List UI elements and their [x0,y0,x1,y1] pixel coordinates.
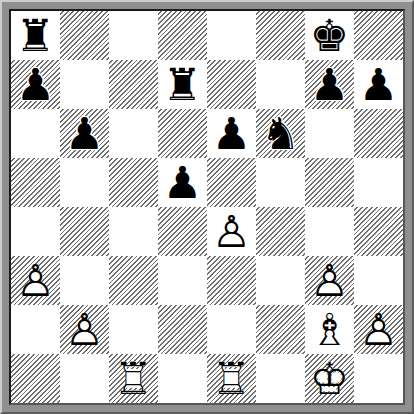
square-f6[interactable]: ♞ [256,109,305,158]
white-pawn-fill: ♟ [11,256,60,305]
square-g2[interactable]: ♝♗ [305,305,354,354]
black-pawn-glyph: ♟ [11,60,60,109]
piece-black-pawn: ♟ [60,109,109,158]
square-a1[interactable] [11,354,60,403]
piece-black-knight: ♞ [256,109,305,158]
square-a2[interactable] [11,305,60,354]
square-b1[interactable] [60,354,109,403]
white-pawn-fill: ♟ [207,207,256,256]
square-e2[interactable] [207,305,256,354]
square-c5[interactable] [109,158,158,207]
piece-white-pawn: ♟♙ [207,207,256,256]
square-b4[interactable] [60,207,109,256]
piece-white-pawn: ♟♙ [305,256,354,305]
piece-black-rook: ♜ [158,60,207,109]
square-e6[interactable]: ♟ [207,109,256,158]
square-d2[interactable] [158,305,207,354]
square-h3[interactable] [354,256,403,305]
square-d8[interactable] [158,11,207,60]
white-pawn-outline: ♙ [60,305,109,354]
black-pawn-glyph: ♟ [354,60,403,109]
square-g6[interactable] [305,109,354,158]
white-pawn-outline: ♙ [305,256,354,305]
square-b7[interactable] [60,60,109,109]
square-f7[interactable] [256,60,305,109]
white-pawn-fill: ♟ [354,305,403,354]
square-c4[interactable] [109,207,158,256]
square-a8[interactable]: ♜ [11,11,60,60]
square-f2[interactable] [256,305,305,354]
black-rook-glyph: ♜ [158,60,207,109]
square-h5[interactable] [354,158,403,207]
square-g4[interactable] [305,207,354,256]
piece-black-pawn: ♟ [305,60,354,109]
piece-white-bishop: ♝♗ [305,305,354,354]
square-h2[interactable]: ♟♙ [354,305,403,354]
white-bishop-fill: ♝ [305,305,354,354]
square-a6[interactable] [11,109,60,158]
white-rook-outline: ♖ [207,354,256,403]
board-frame: ♜♚♟♜♟♟♟♟♞♟♟♙♟♙♟♙♟♙♝♗♟♙♜♖♜♖♚♔ [0,0,414,414]
piece-black-rook: ♜ [11,11,60,60]
square-e8[interactable] [207,11,256,60]
white-pawn-outline: ♙ [11,256,60,305]
square-c3[interactable] [109,256,158,305]
black-knight-glyph: ♞ [256,109,305,158]
black-pawn-glyph: ♟ [207,109,256,158]
square-d1[interactable] [158,354,207,403]
piece-black-pawn: ♟ [11,60,60,109]
white-king-outline: ♔ [305,354,354,403]
black-rook-glyph: ♜ [11,11,60,60]
square-e5[interactable] [207,158,256,207]
square-c6[interactable] [109,109,158,158]
square-b8[interactable] [60,11,109,60]
square-d7[interactable]: ♜ [158,60,207,109]
square-d4[interactable] [158,207,207,256]
black-pawn-glyph: ♟ [60,109,109,158]
square-f5[interactable] [256,158,305,207]
white-pawn-fill: ♟ [60,305,109,354]
white-rook-fill: ♜ [109,354,158,403]
piece-black-pawn: ♟ [354,60,403,109]
white-bishop-outline: ♗ [305,305,354,354]
square-b5[interactable] [60,158,109,207]
square-h6[interactable] [354,109,403,158]
square-f4[interactable] [256,207,305,256]
white-pawn-outline: ♙ [354,305,403,354]
square-c8[interactable] [109,11,158,60]
square-b2[interactable]: ♟♙ [60,305,109,354]
square-a7[interactable]: ♟ [11,60,60,109]
square-c2[interactable] [109,305,158,354]
piece-white-rook: ♜♖ [207,354,256,403]
square-f3[interactable] [256,256,305,305]
square-e4[interactable]: ♟♙ [207,207,256,256]
square-c7[interactable] [109,60,158,109]
square-a4[interactable] [11,207,60,256]
square-f8[interactable] [256,11,305,60]
square-g5[interactable] [305,158,354,207]
black-pawn-glyph: ♟ [158,158,207,207]
piece-black-king: ♚ [305,11,354,60]
white-rook-fill: ♜ [207,354,256,403]
square-e7[interactable] [207,60,256,109]
square-e3[interactable] [207,256,256,305]
white-pawn-outline: ♙ [207,207,256,256]
black-king-glyph: ♚ [305,11,354,60]
square-e1[interactable]: ♜♖ [207,354,256,403]
square-g3[interactable]: ♟♙ [305,256,354,305]
square-c1[interactable]: ♜♖ [109,354,158,403]
square-d6[interactable] [158,109,207,158]
square-d3[interactable] [158,256,207,305]
square-h1[interactable] [354,354,403,403]
square-g8[interactable]: ♚ [305,11,354,60]
white-pawn-fill: ♟ [305,256,354,305]
piece-white-pawn: ♟♙ [60,305,109,354]
square-a3[interactable]: ♟♙ [11,256,60,305]
square-b3[interactable] [60,256,109,305]
square-g7[interactable]: ♟ [305,60,354,109]
piece-white-rook: ♜♖ [109,354,158,403]
piece-black-pawn: ♟ [207,109,256,158]
square-h4[interactable] [354,207,403,256]
piece-white-pawn: ♟♙ [11,256,60,305]
square-g1[interactable]: ♚♔ [305,354,354,403]
square-h7[interactable]: ♟ [354,60,403,109]
square-d5[interactable]: ♟ [158,158,207,207]
square-b6[interactable]: ♟ [60,109,109,158]
square-f1[interactable] [256,354,305,403]
square-a5[interactable] [11,158,60,207]
piece-black-pawn: ♟ [158,158,207,207]
chess-board: ♜♚♟♜♟♟♟♟♞♟♟♙♟♙♟♙♟♙♝♗♟♙♜♖♜♖♚♔ [9,9,405,405]
square-h8[interactable] [354,11,403,60]
black-pawn-glyph: ♟ [305,60,354,109]
white-king-fill: ♚ [305,354,354,403]
piece-white-pawn: ♟♙ [354,305,403,354]
piece-white-king: ♚♔ [305,354,354,403]
white-rook-outline: ♖ [109,354,158,403]
